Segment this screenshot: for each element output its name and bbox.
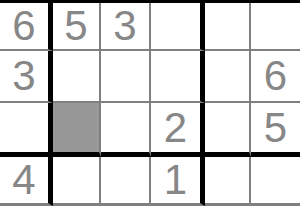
cell-r2c6[interactable]: 6 <box>251 51 300 103</box>
cell-r3c2[interactable] <box>53 103 101 157</box>
cell-r2c3[interactable] <box>101 51 151 103</box>
cell-r1c6[interactable] <box>251 3 300 51</box>
cell-r2c5[interactable] <box>205 51 251 103</box>
cell-r3c4[interactable]: 2 <box>151 103 205 157</box>
cell-r1c4[interactable] <box>151 3 205 51</box>
cell-r4c4[interactable]: 1 <box>151 157 205 206</box>
cell-r4c6[interactable] <box>251 157 300 206</box>
sudoku-board: 6 5 3 3 6 2 5 4 1 <box>0 0 300 206</box>
cell-r4c5[interactable] <box>205 157 251 206</box>
cell-r1c1[interactable]: 6 <box>0 3 53 51</box>
cell-r3c6[interactable]: 5 <box>251 103 300 157</box>
cell-r2c4[interactable] <box>151 51 205 103</box>
cell-r3c5[interactable] <box>205 103 251 157</box>
cell-r3c3[interactable] <box>101 103 151 157</box>
cell-r4c1[interactable]: 4 <box>0 157 53 206</box>
cell-r1c3[interactable]: 3 <box>101 3 151 51</box>
cell-r2c2[interactable] <box>53 51 101 103</box>
cell-r3c1[interactable] <box>0 103 53 157</box>
cell-r4c2[interactable] <box>53 157 101 206</box>
cell-r2c1[interactable]: 3 <box>0 51 53 103</box>
cell-r1c2[interactable]: 5 <box>53 3 101 51</box>
cell-r1c5[interactable] <box>205 3 251 51</box>
cell-r4c3[interactable] <box>101 157 151 206</box>
